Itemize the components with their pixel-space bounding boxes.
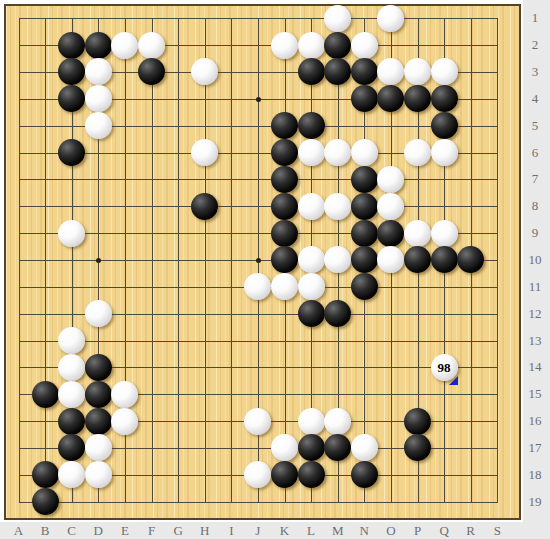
black-stone-L3: [298, 58, 325, 85]
row-label-11: 11: [524, 280, 546, 294]
black-stone-Q10: [431, 246, 458, 273]
white-stone-C18: [58, 461, 85, 488]
column-label-K: K: [280, 524, 289, 538]
white-stone-L10: [298, 246, 325, 273]
column-label-I: I: [229, 524, 233, 538]
white-stone-J18: [244, 461, 271, 488]
white-stone-L6: [298, 139, 325, 166]
row-label-16: 16: [524, 414, 546, 428]
black-stone-C17: [58, 434, 85, 461]
white-stone-J16: [244, 408, 271, 435]
row-label-7: 7: [524, 172, 546, 186]
white-stone-H6: [191, 139, 218, 166]
row-label-6: 6: [524, 146, 546, 160]
black-stone-L18: [298, 461, 325, 488]
white-stone-K11: [271, 273, 298, 300]
white-stone-K17: [271, 434, 298, 461]
black-stone-N9: [351, 220, 378, 247]
black-stone-D14: [85, 354, 112, 381]
black-stone-O9: [377, 220, 404, 247]
black-stone-L12: [298, 300, 325, 327]
black-stone-K18: [271, 461, 298, 488]
grid-line-vertical: [497, 18, 498, 502]
last-move-triangle-marker: [449, 376, 458, 385]
go-board-surface[interactable]: 98: [4, 4, 521, 520]
grid-line-horizontal: [19, 502, 499, 503]
white-stone-F2: [138, 32, 165, 59]
white-stone-E15: [111, 381, 138, 408]
column-label-O: O: [386, 524, 395, 538]
black-stone-M2: [324, 32, 351, 59]
black-stone-M3: [324, 58, 351, 85]
black-stone-O4: [377, 85, 404, 112]
white-stone-N2: [351, 32, 378, 59]
star-point: [96, 258, 101, 263]
black-stone-C4: [58, 85, 85, 112]
star-point: [256, 97, 261, 102]
white-stone-M8: [324, 193, 351, 220]
black-stone-D15: [85, 381, 112, 408]
black-stone-P4: [404, 85, 431, 112]
black-stone-L17: [298, 434, 325, 461]
black-stone-C3: [58, 58, 85, 85]
white-stone-Q6: [431, 139, 458, 166]
black-stone-N7: [351, 166, 378, 193]
row-label-2: 2: [524, 38, 546, 52]
column-label-P: P: [414, 524, 421, 538]
row-label-17: 17: [524, 441, 546, 455]
column-label-J: J: [255, 524, 260, 538]
black-stone-B19: [32, 488, 59, 515]
column-label-G: G: [173, 524, 182, 538]
black-stone-K7: [271, 166, 298, 193]
white-stone-O7: [377, 166, 404, 193]
white-stone-C9: [58, 220, 85, 247]
white-stone-L11: [298, 273, 325, 300]
black-stone-L5: [298, 112, 325, 139]
black-stone-Q4: [431, 85, 458, 112]
column-label-H: H: [200, 524, 209, 538]
black-stone-C16: [58, 408, 85, 435]
white-stone-H3: [191, 58, 218, 85]
row-label-14: 14: [524, 360, 546, 374]
column-label-F: F: [148, 524, 155, 538]
row-label-3: 3: [524, 65, 546, 79]
black-stone-C6: [58, 139, 85, 166]
black-stone-Q5: [431, 112, 458, 139]
white-stone-O1: [377, 5, 404, 32]
white-stone-C15: [58, 381, 85, 408]
white-stone-M10: [324, 246, 351, 273]
black-stone-N3: [351, 58, 378, 85]
column-label-D: D: [94, 524, 103, 538]
black-stone-M17: [324, 434, 351, 461]
column-label-B: B: [41, 524, 50, 538]
black-stone-N8: [351, 193, 378, 220]
black-stone-H8: [191, 193, 218, 220]
white-stone-C13: [58, 327, 85, 354]
row-label-strip: [523, 0, 550, 539]
black-stone-N4: [351, 85, 378, 112]
row-label-12: 12: [524, 307, 546, 321]
column-label-Q: Q: [439, 524, 448, 538]
black-stone-M12: [324, 300, 351, 327]
white-stone-D3: [85, 58, 112, 85]
white-stone-O3: [377, 58, 404, 85]
column-label-L: L: [307, 524, 315, 538]
black-stone-D2: [85, 32, 112, 59]
black-stone-R10: [457, 246, 484, 273]
row-label-9: 9: [524, 226, 546, 240]
row-label-13: 13: [524, 334, 546, 348]
black-stone-K6: [271, 139, 298, 166]
white-stone-P9: [404, 220, 431, 247]
black-stone-P10: [404, 246, 431, 273]
white-stone-O8: [377, 193, 404, 220]
column-label-N: N: [360, 524, 369, 538]
white-stone-D4: [85, 85, 112, 112]
column-label-M: M: [332, 524, 344, 538]
white-stone-M1: [324, 5, 351, 32]
white-stone-D17: [85, 434, 112, 461]
go-app-window: 98 ABCDEFGHIJKLMNOPQRS123456789101112131…: [0, 0, 550, 539]
black-stone-N11: [351, 273, 378, 300]
row-label-15: 15: [524, 387, 546, 401]
white-stone-P3: [404, 58, 431, 85]
white-stone-J11: [244, 273, 271, 300]
white-stone-K2: [271, 32, 298, 59]
row-label-5: 5: [524, 119, 546, 133]
move-number-label: 98: [438, 361, 451, 374]
black-stone-N18: [351, 461, 378, 488]
black-stone-C2: [58, 32, 85, 59]
black-stone-P16: [404, 408, 431, 435]
white-stone-N6: [351, 139, 378, 166]
row-label-19: 19: [524, 495, 546, 509]
row-label-10: 10: [524, 253, 546, 267]
white-stone-C14: [58, 354, 85, 381]
black-stone-F3: [138, 58, 165, 85]
white-stone-Q3: [431, 58, 458, 85]
row-label-1: 1: [524, 11, 546, 25]
white-stone-Q9: [431, 220, 458, 247]
white-stone-D12: [85, 300, 112, 327]
white-stone-N17: [351, 434, 378, 461]
white-stone-L8: [298, 193, 325, 220]
black-stone-K5: [271, 112, 298, 139]
black-stone-N10: [351, 246, 378, 273]
white-stone-E16: [111, 408, 138, 435]
column-label-E: E: [121, 524, 129, 538]
white-stone-O10: [377, 246, 404, 273]
row-label-18: 18: [524, 468, 546, 482]
row-label-4: 4: [524, 92, 546, 106]
star-point: [256, 258, 261, 263]
column-label-S: S: [494, 524, 501, 538]
white-stone-P6: [404, 139, 431, 166]
column-label-C: C: [67, 524, 76, 538]
black-stone-K9: [271, 220, 298, 247]
white-stone-M16: [324, 408, 351, 435]
black-stone-D16: [85, 408, 112, 435]
white-stone-D5: [85, 112, 112, 139]
white-stone-E2: [111, 32, 138, 59]
white-stone-M6: [324, 139, 351, 166]
black-stone-P17: [404, 434, 431, 461]
row-label-8: 8: [524, 199, 546, 213]
black-stone-B15: [32, 381, 59, 408]
black-stone-B18: [32, 461, 59, 488]
white-stone-L16: [298, 408, 325, 435]
white-stone-L2: [298, 32, 325, 59]
column-label-A: A: [14, 524, 23, 538]
column-label-R: R: [466, 524, 475, 538]
black-stone-K8: [271, 193, 298, 220]
white-stone-D18: [85, 461, 112, 488]
grid-line-horizontal: [19, 341, 499, 342]
black-stone-K10: [271, 246, 298, 273]
